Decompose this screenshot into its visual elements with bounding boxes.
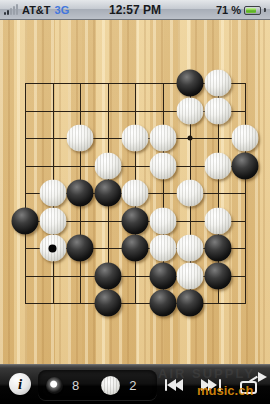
white-stone [177,262,204,289]
white-stone-icon [101,376,120,395]
skip-back-button[interactable] [157,372,191,398]
black-stone [149,290,176,317]
white-stone [122,180,149,207]
white-stone [149,152,176,179]
white-stone [204,70,231,97]
last-move-marker [49,244,57,252]
white-stone [149,125,176,152]
capture-count-panel: 8 2 [38,370,157,400]
white-stone [232,125,259,152]
white-stone [122,125,149,152]
share-icon [240,381,257,394]
white-stone [149,235,176,262]
app-screen: AT&T 3G 12:57 PM 71 % i 8 2 [0,0,270,404]
black-stone [12,207,39,234]
black-stone [122,235,149,262]
white-stone [204,97,231,124]
black-stone [94,290,121,317]
white-stone [67,125,94,152]
star-point [188,136,193,141]
black-stone [204,262,231,289]
white-stone [39,207,66,234]
black-stone [232,152,259,179]
white-stone [94,152,121,179]
white-stone [204,207,231,234]
black-capture-count: 8 [72,378,79,393]
go-board[interactable] [0,0,270,404]
white-capture-count: 2 [129,378,136,393]
black-stone [122,207,149,234]
black-stone [177,290,204,317]
white-stone [177,235,204,262]
black-stone [67,180,94,207]
skip-forward-button[interactable] [194,372,228,398]
black-stone [67,235,94,262]
black-stone [149,262,176,289]
bottom-toolbar: i 8 2 [0,364,270,404]
white-stone [39,180,66,207]
black-stone [94,180,121,207]
skip-forward-icon [219,379,221,391]
white-stone [204,152,231,179]
share-button[interactable] [239,371,267,397]
white-stone [177,180,204,207]
info-button[interactable]: i [9,373,31,395]
black-stone [94,262,121,289]
white-stone [149,207,176,234]
black-stone-icon [46,377,63,394]
white-stone [177,97,204,124]
black-stone [204,235,231,262]
white-stone [39,235,66,262]
black-stone [177,70,204,97]
